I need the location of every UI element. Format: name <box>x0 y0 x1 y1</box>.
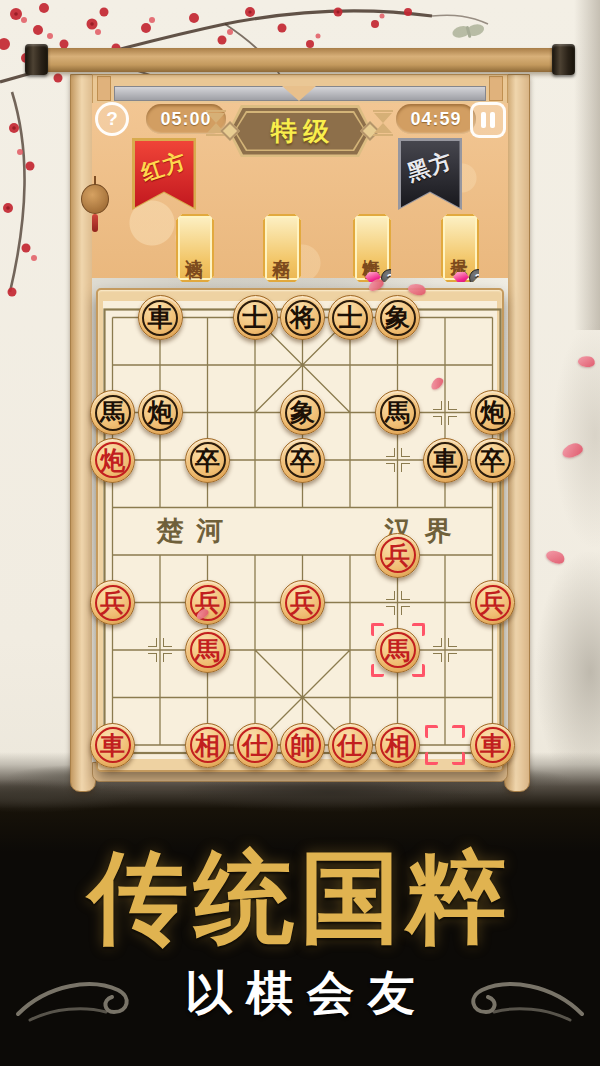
piece-glyph: 炮 <box>148 400 173 425</box>
piece-red-elephant[interactable]: 相 <box>185 723 230 768</box>
black-timer: 04:59 <box>396 104 476 134</box>
last-move-to-highlight <box>371 623 425 677</box>
piece-red-soldier[interactable]: 兵 <box>185 580 230 625</box>
piece-black-horse[interactable]: 馬 <box>375 390 420 435</box>
difficulty-plaque: 特级 <box>228 105 372 157</box>
hint-button[interactable]: 提示2 <box>441 214 479 282</box>
piece-glyph: 車 <box>100 733 125 758</box>
piece-red-horse[interactable]: 馬 <box>185 628 230 673</box>
black-side-ribbon: 黑方 <box>398 138 462 210</box>
piece-glyph: 士 <box>243 305 268 330</box>
xiangqi-board[interactable]: 楚河 汉界 車士将士象馬炮象馬炮炮卒卒車卒兵兵兵兵兵馬馬車相仕帥仕相車 <box>96 288 504 772</box>
piece-black-advisor[interactable]: 士 <box>233 295 278 340</box>
piece-black-soldier[interactable]: 卒 <box>185 438 230 483</box>
piece-glyph: 馬 <box>100 400 125 425</box>
piece-red-chariot[interactable]: 車 <box>470 723 515 768</box>
piece-red-cannon[interactable]: 炮 <box>90 438 135 483</box>
piece-glyph: 兵 <box>100 590 125 615</box>
piece-glyph: 象 <box>290 400 315 425</box>
piece-glyph: 将 <box>290 305 315 330</box>
save-button[interactable]: 存档 <box>263 214 301 282</box>
hourglass-icon-right <box>373 110 393 136</box>
piece-black-chariot[interactable]: 車 <box>423 438 468 483</box>
game-screen: ? 05:00 特级 04:59 红方 黑方 读档存档悔棋2提示2 <box>0 0 600 1066</box>
piece-red-soldier[interactable]: 兵 <box>280 580 325 625</box>
load-button-label: 读档 <box>176 214 214 282</box>
butterfly-icon <box>451 21 485 42</box>
scroll-rod-cap-left <box>25 44 48 75</box>
piece-black-cannon[interactable]: 炮 <box>138 390 183 435</box>
hanging-charm <box>78 176 112 240</box>
piece-glyph: 士 <box>338 305 363 330</box>
center-notch <box>282 86 316 101</box>
piece-red-advisor[interactable]: 仕 <box>328 723 373 768</box>
point-marker <box>386 448 410 472</box>
point-marker <box>148 638 172 662</box>
piece-glyph: 兵 <box>480 590 505 615</box>
piece-glyph: 馬 <box>385 400 410 425</box>
piece-red-chariot[interactable]: 車 <box>90 723 135 768</box>
piece-glyph: 卒 <box>480 448 505 473</box>
scroll-rod <box>36 48 564 72</box>
help-glyph: ? <box>106 108 118 130</box>
piece-glyph: 炮 <box>480 400 505 425</box>
scroll-panel: ? 05:00 特级 04:59 红方 黑方 读档存档悔棋2提示2 <box>70 74 530 790</box>
piece-red-elephant[interactable]: 相 <box>375 723 420 768</box>
piece-red-advisor[interactable]: 仕 <box>233 723 278 768</box>
piece-glyph: 車 <box>433 448 458 473</box>
last-move-from-highlight <box>425 725 465 765</box>
help-icon[interactable]: ? <box>95 102 129 136</box>
piece-glyph: 兵 <box>385 543 410 568</box>
frame-tab-right <box>489 76 503 101</box>
piece-black-soldier[interactable]: 卒 <box>470 438 515 483</box>
footer-title: 传统国粹 <box>0 832 600 967</box>
piece-black-advisor[interactable]: 士 <box>328 295 373 340</box>
piece-glyph: 馬 <box>195 638 220 663</box>
save-button-label: 存档 <box>263 214 301 282</box>
piece-black-general[interactable]: 将 <box>280 295 325 340</box>
piece-black-elephant[interactable]: 象 <box>280 390 325 435</box>
point-marker <box>433 401 457 425</box>
piece-red-soldier[interactable]: 兵 <box>90 580 135 625</box>
piece-glyph: 車 <box>480 733 505 758</box>
piece-glyph: 卒 <box>290 448 315 473</box>
river-text-left: 楚河 <box>134 514 246 548</box>
piece-glyph: 相 <box>195 733 220 758</box>
piece-black-cannon[interactable]: 炮 <box>470 390 515 435</box>
pause-button[interactable] <box>470 102 506 138</box>
piece-red-general[interactable]: 帥 <box>280 723 325 768</box>
point-marker <box>386 591 410 615</box>
piece-glyph: 兵 <box>290 590 315 615</box>
ink-wash-blob <box>552 320 600 550</box>
piece-black-elephant[interactable]: 象 <box>375 295 420 340</box>
undo-button[interactable]: 悔棋2 <box>353 214 391 282</box>
piece-red-soldier[interactable]: 兵 <box>470 580 515 625</box>
piece-glyph: 仕 <box>338 733 363 758</box>
piece-black-chariot[interactable]: 車 <box>138 295 183 340</box>
point-marker <box>433 638 457 662</box>
piece-black-horse[interactable]: 馬 <box>90 390 135 435</box>
piece-glyph: 車 <box>148 305 173 330</box>
red-timer-value: 05:00 <box>160 109 211 130</box>
piece-glyph: 炮 <box>100 448 125 473</box>
piece-glyph: 帥 <box>290 733 315 758</box>
piece-glyph: 仕 <box>243 733 268 758</box>
piece-black-soldier[interactable]: 卒 <box>280 438 325 483</box>
red-side-ribbon: 红方 <box>132 138 196 210</box>
difficulty-label: 特级 <box>228 105 372 157</box>
load-button[interactable]: 读档 <box>176 214 214 282</box>
piece-glyph: 卒 <box>195 448 220 473</box>
piece-red-soldier[interactable]: 兵 <box>375 533 420 578</box>
scroll-rod-cap-right <box>552 44 575 75</box>
black-timer-value: 04:59 <box>410 109 461 130</box>
piece-glyph: 象 <box>385 305 410 330</box>
footer-subtitle: 以棋会友 <box>0 962 600 1025</box>
frame-tab-left <box>97 76 111 101</box>
piece-glyph: 相 <box>385 733 410 758</box>
